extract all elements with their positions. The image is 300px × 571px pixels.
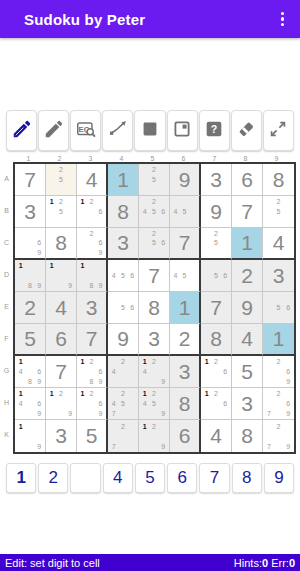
row-label-A: A	[4, 175, 9, 182]
candidate-marks: 45	[171, 197, 198, 226]
cell-value: 7	[139, 260, 169, 291]
candidate-mark: 5	[56, 207, 65, 217]
tool-line-button[interactable]	[102, 110, 133, 151]
cell-F5[interactable]: 3	[139, 324, 170, 356]
cell-B3[interactable]: 126	[77, 196, 108, 228]
candidate-mark: 9	[35, 441, 44, 451]
tool-pencil-button[interactable]	[38, 110, 69, 151]
candidate-mark: 2	[149, 165, 158, 175]
candidate-marks: 56	[202, 261, 230, 290]
cell-A4[interactable]: 1	[108, 164, 139, 196]
cell-H7[interactable]: 126	[201, 388, 232, 420]
candidate-marks: 19	[47, 261, 75, 290]
cell-value: 3	[15, 196, 45, 227]
question-mark-icon: ?	[203, 118, 225, 144]
candidate-mark: 2	[211, 229, 220, 238]
candidate-marks: 25	[47, 165, 75, 194]
candidate-mark: 6	[159, 238, 168, 247]
candidate-mark: 6	[96, 207, 105, 217]
digit-button-7[interactable]: 7	[199, 463, 229, 493]
cell-value: 3	[108, 228, 138, 258]
candidate-mark: 9	[159, 376, 168, 386]
cell-G9[interactable]: 269	[263, 356, 294, 388]
cell-G2[interactable]: 7	[46, 356, 77, 388]
candidate-mark: 2	[149, 421, 158, 431]
digit-button-5[interactable]: 5	[135, 463, 165, 493]
status-bar: Edit: set digit to cell Hints:0 Err:0	[0, 554, 300, 571]
candidate-marks: 12689	[78, 357, 105, 386]
tool-eraser-button[interactable]	[231, 110, 262, 151]
candidate-marks: 126	[202, 357, 230, 386]
cell-value: 8	[108, 196, 138, 227]
col-label-9: 9	[261, 155, 292, 162]
cell-E6[interactable]: 1	[170, 292, 201, 324]
candidate-mark: 6	[283, 303, 293, 313]
candidate-mark: 2	[56, 389, 65, 399]
candidate-marks: 189	[16, 261, 44, 290]
cell-H5[interactable]: 12459	[139, 388, 170, 420]
cell-H6[interactable]: 8	[170, 388, 201, 420]
candidate-mark: 9	[159, 441, 168, 451]
pencil-icon	[43, 118, 65, 144]
cell-value: 1	[170, 292, 199, 323]
filled-square-icon	[139, 118, 161, 144]
cell-E7[interactable]: 7	[201, 292, 232, 324]
candidate-marks: 269	[78, 229, 105, 257]
candidate-mark: 5	[118, 399, 127, 409]
candidate-mark: 6	[96, 367, 105, 377]
cell-F9[interactable]: 1	[263, 324, 294, 356]
cell-H1[interactable]: 1469	[15, 388, 46, 420]
digit-button-6[interactable]: 6	[167, 463, 197, 493]
col-label-2: 2	[44, 155, 75, 162]
cell-G5[interactable]: 1249	[139, 356, 170, 388]
cell-G8[interactable]: 5	[232, 356, 263, 388]
cell-B2[interactable]: 125	[46, 196, 77, 228]
cell-value: 5	[77, 420, 106, 452]
cell-C1[interactable]: 69	[15, 228, 46, 260]
cell-value: 6	[232, 164, 262, 195]
candidate-mark: 9	[283, 408, 293, 418]
cell-F6[interactable]: 2	[170, 324, 201, 356]
cell-value: 9	[201, 196, 231, 227]
cell-D5[interactable]: 7	[139, 260, 170, 292]
cell-A8[interactable]: 6	[232, 164, 263, 196]
cell-D8[interactable]: 2	[232, 260, 263, 292]
cell-H8[interactable]: 3	[232, 388, 263, 420]
candidate-mark: 9	[35, 408, 44, 418]
candidate-mark: 7	[109, 441, 118, 451]
cell-F2[interactable]: 6	[46, 324, 77, 356]
cell-value: 3	[201, 164, 231, 195]
cell-K6[interactable]: 6	[170, 420, 201, 452]
cell-K1[interactable]: 19	[15, 420, 46, 452]
candidate-mark: 1	[78, 389, 87, 399]
col-label-7: 7	[199, 155, 230, 162]
candidate-mark: 2	[149, 389, 158, 399]
cell-A5[interactable]: 25	[139, 164, 170, 196]
cell-D6[interactable]: 45	[170, 260, 201, 292]
candidate-marks: 269	[264, 357, 293, 386]
cell-C8[interactable]: 1	[232, 228, 263, 260]
hints-label: Hints:	[234, 557, 262, 569]
candidate-marks: 25	[264, 197, 293, 226]
cell-G6[interactable]: 3	[170, 356, 201, 388]
candidate-marks: 25	[140, 165, 168, 194]
cell-value: 4	[232, 324, 262, 354]
cell-C3[interactable]: 269	[77, 228, 108, 260]
candidate-mark: 6	[221, 367, 230, 377]
candidate-mark: 5	[149, 238, 158, 247]
candidate-mark: 9	[283, 441, 293, 451]
cell-K9[interactable]: 279	[263, 420, 294, 452]
candidate-mark: 5	[118, 303, 127, 313]
cell-B8[interactable]: 7	[232, 196, 263, 228]
candidate-mark: 9	[35, 248, 44, 257]
tool-eq-search-button[interactable]: EQ	[70, 110, 101, 151]
cell-D7[interactable]: 56	[201, 260, 232, 292]
candidate-marks: 2456	[140, 197, 168, 226]
candidate-mark: 1	[78, 261, 87, 271]
cell-value: 1	[232, 228, 262, 258]
cell-value: 9	[108, 324, 138, 354]
col-label-1: 1	[13, 155, 44, 162]
cell-value: 4	[201, 420, 231, 452]
candidate-mark: 4	[140, 367, 149, 377]
candidate-marks: 129	[47, 389, 75, 418]
cell-value: 4	[263, 228, 294, 258]
digit-button-3[interactable]	[70, 463, 100, 493]
cell-A2[interactable]: 25	[46, 164, 77, 196]
candidate-mark: 6	[96, 399, 105, 409]
candidate-marks: 125	[47, 197, 75, 226]
cell-value: 8	[139, 292, 169, 323]
row-label-G: G	[4, 367, 9, 374]
col-label-4: 4	[106, 155, 137, 162]
app-title: Sudoku by Peter	[0, 11, 145, 28]
row-label-B: B	[4, 207, 9, 214]
eq-search-icon: EQ	[75, 118, 97, 144]
cell-value: 8	[263, 164, 294, 195]
cell-value: 8	[232, 420, 262, 452]
app-screen: Sudoku by Peter EQ? 123456789 ABCDEFGHK …	[0, 0, 300, 571]
digit-button-8[interactable]: 8	[232, 463, 262, 493]
cell-E5[interactable]: 8	[139, 292, 170, 324]
cell-C5[interactable]: 256	[139, 228, 170, 260]
cell-value: 7	[232, 196, 262, 227]
cell-B7[interactable]: 9	[201, 196, 232, 228]
cell-H2[interactable]: 129	[46, 388, 77, 420]
candidate-mark: 9	[96, 248, 105, 257]
candidate-mark: 4	[171, 207, 180, 217]
candidate-marks: 2457	[109, 389, 137, 418]
cell-E3[interactable]: 3	[77, 292, 108, 324]
candidate-mark: 5	[180, 207, 189, 217]
candidate-mark: 7	[109, 408, 118, 418]
candidate-mark: 1	[202, 389, 211, 399]
cell-K8[interactable]: 8	[232, 420, 263, 452]
cell-H3[interactable]: 1269	[77, 388, 108, 420]
cell-E4[interactable]: 56	[108, 292, 139, 324]
candidate-mark: 6	[128, 271, 137, 281]
candidate-marks: 456	[109, 261, 137, 290]
cell-F4[interactable]: 9	[108, 324, 139, 356]
candidate-marks: 19	[16, 421, 44, 451]
cell-F1[interactable]: 5	[15, 324, 46, 356]
candidate-mark: 9	[66, 408, 75, 418]
candidate-marks: 27	[109, 421, 137, 451]
column-labels: 123456789	[13, 153, 296, 162]
cell-K5[interactable]: 129	[139, 420, 170, 452]
cell-value: 8	[201, 324, 231, 354]
candidate-mark: 9	[66, 280, 75, 290]
digit-button-1[interactable]: 1	[6, 463, 36, 493]
digit-button-4[interactable]: 4	[103, 463, 133, 493]
candidate-mark: 7	[264, 408, 274, 418]
cell-value: 5	[15, 324, 45, 354]
status-counters: Hints:0 Err:0	[234, 557, 295, 569]
expand-arrows-icon	[267, 118, 289, 144]
candidate-mark: 2	[87, 229, 96, 238]
candidate-marks: 45	[171, 261, 198, 290]
cell-value: 3	[46, 420, 76, 452]
candidate-marks: 1469	[16, 389, 44, 418]
candidate-marks: 2679	[264, 389, 293, 418]
candidate-mark: 9	[283, 376, 293, 386]
cell-A3[interactable]: 4	[77, 164, 108, 196]
digit-panel: 12456789	[6, 463, 294, 493]
cell-E8[interactable]: 9	[232, 292, 263, 324]
row-label-H: H	[4, 399, 9, 406]
candidate-mark: 8	[25, 280, 34, 290]
tool-fill-button[interactable]	[134, 110, 165, 151]
candidate-marks: 126	[78, 197, 105, 226]
candidate-mark: 1	[16, 357, 25, 367]
tool-fullscreen-button[interactable]	[263, 110, 294, 151]
cell-value: 6	[46, 324, 76, 354]
candidate-mark: 1	[47, 197, 56, 207]
candidate-marks: 1249	[140, 357, 168, 386]
candidate-mark: 4	[109, 367, 118, 377]
candidate-marks: 129	[140, 421, 168, 451]
cell-G7[interactable]: 126	[201, 356, 232, 388]
cell-C2[interactable]: 8	[46, 228, 77, 260]
candidate-mark: 1	[47, 261, 56, 271]
cell-F8[interactable]: 4	[232, 324, 263, 356]
candidate-mark: 2	[274, 421, 284, 431]
candidate-mark: 7	[264, 441, 274, 451]
candidate-mark: 6	[96, 238, 105, 247]
digit-button-9[interactable]: 9	[264, 463, 294, 493]
cell-K7[interactable]: 4	[201, 420, 232, 452]
cell-E9[interactable]: 56	[263, 292, 294, 324]
err-value: 0	[289, 557, 295, 569]
candidate-mark: 2	[149, 229, 158, 238]
candidate-mark: 4	[109, 399, 118, 409]
candidate-mark: 2	[274, 197, 284, 207]
cell-A9[interactable]: 8	[263, 164, 294, 196]
candidate-mark: 5	[149, 175, 158, 185]
cell-D1[interactable]: 189	[15, 260, 46, 292]
candidate-mark: 2	[87, 389, 96, 399]
candidate-mark: 5	[149, 207, 158, 217]
cell-value: 7	[170, 228, 199, 258]
cell-value: 2	[170, 324, 199, 354]
cell-K4[interactable]: 27	[108, 420, 139, 452]
cell-value: 5	[232, 356, 262, 387]
candidate-mark: 2	[118, 389, 127, 399]
candidate-marks: 24	[109, 357, 137, 386]
err-label: Err:	[271, 557, 289, 569]
cell-H4[interactable]: 2457	[108, 388, 139, 420]
cell-B5[interactable]: 2456	[139, 196, 170, 228]
candidate-mark: 1	[78, 357, 87, 367]
tool-corner-mark-button[interactable]	[167, 110, 198, 151]
eraser-icon	[235, 118, 257, 144]
candidate-marks: 256	[140, 229, 168, 257]
cell-E1[interactable]: 2	[15, 292, 46, 324]
candidate-marks: 12459	[140, 389, 168, 418]
tool-pen-button[interactable]	[6, 110, 37, 151]
cell-G4[interactable]: 24	[108, 356, 139, 388]
tool-hint-button[interactable]: ?	[199, 110, 230, 151]
svg-text:?: ?	[211, 123, 217, 135]
candidate-mark: 2	[118, 357, 127, 367]
col-label-8: 8	[230, 155, 261, 162]
candidate-mark: 2	[56, 165, 65, 175]
candidate-marks: 126	[202, 389, 230, 418]
candidate-mark: 2	[56, 197, 65, 207]
cell-B9[interactable]: 25	[263, 196, 294, 228]
candidate-marks: 189	[78, 261, 105, 290]
cell-A1[interactable]: 7	[15, 164, 46, 196]
row-label-D: D	[4, 271, 9, 278]
candidate-mark: 9	[35, 280, 44, 290]
cell-value: 3	[232, 388, 262, 419]
candidate-mark: 1	[16, 421, 25, 431]
row-labels: ABCDEFGHK	[0, 162, 13, 454]
cell-C6[interactable]: 7	[170, 228, 201, 260]
col-label-3: 3	[75, 155, 106, 162]
cell-value: 1	[108, 164, 138, 195]
candidate-mark: 5	[149, 399, 158, 409]
candidate-mark: 1	[140, 357, 149, 367]
cell-value: 7	[201, 292, 231, 323]
cell-G3[interactable]: 12689	[77, 356, 108, 388]
candidate-mark: 5	[274, 207, 284, 217]
cell-B4[interactable]: 8	[108, 196, 139, 228]
cell-value: 8	[46, 228, 76, 258]
candidate-mark: 4	[16, 399, 25, 409]
cell-value: 1	[263, 324, 294, 354]
candidate-mark: 4	[109, 271, 118, 281]
candidate-mark: 2	[87, 357, 96, 367]
candidate-mark: 4	[171, 271, 180, 281]
candidate-mark: 6	[221, 399, 230, 409]
candidate-marks: 56	[109, 293, 137, 322]
cell-H9[interactable]: 2679	[263, 388, 294, 420]
cell-C4[interactable]: 3	[108, 228, 139, 260]
digit-button-2[interactable]: 2	[38, 463, 68, 493]
candidate-mark: 6	[35, 399, 44, 409]
cell-value: 7	[77, 324, 106, 354]
candidate-mark: 1	[16, 389, 25, 399]
cell-D4[interactable]: 456	[108, 260, 139, 292]
candidate-mark: 8	[87, 280, 96, 290]
candidate-marks: 25	[202, 229, 230, 257]
candidate-mark: 5	[211, 238, 220, 247]
cell-value: 7	[15, 164, 45, 195]
col-label-5: 5	[137, 155, 168, 162]
candidate-mark: 9	[96, 376, 105, 386]
cell-value: 2	[232, 260, 262, 291]
cell-value: 3	[170, 356, 199, 387]
row-label-F: F	[4, 335, 8, 342]
col-label-6: 6	[168, 155, 199, 162]
polyline-arrow-icon	[107, 118, 129, 144]
candidate-mark: 2	[149, 357, 158, 367]
candidate-mark: 6	[35, 367, 44, 377]
candidate-mark: 2	[211, 389, 220, 399]
cell-D3[interactable]: 189	[77, 260, 108, 292]
candidate-mark: 6	[221, 271, 230, 281]
candidate-mark: 2	[274, 389, 284, 399]
cell-A7[interactable]: 3	[201, 164, 232, 196]
candidate-mark: 4	[140, 207, 149, 217]
pen-icon	[11, 118, 33, 144]
cell-F7[interactable]: 8	[201, 324, 232, 356]
cell-K3[interactable]: 5	[77, 420, 108, 452]
candidate-mark: 5	[56, 175, 65, 185]
tool-toolbar: EQ?	[6, 110, 294, 151]
row-label-K: K	[4, 431, 9, 438]
cell-K2[interactable]: 3	[46, 420, 77, 452]
kebab-menu-icon[interactable]	[276, 7, 289, 32]
candidate-mark: 1	[140, 389, 149, 399]
cell-D2[interactable]: 19	[46, 260, 77, 292]
candidate-mark: 6	[128, 303, 137, 313]
candidate-mark: 6	[35, 238, 44, 247]
row-label-C: C	[4, 239, 9, 246]
candidate-marks: 56	[264, 293, 293, 322]
cell-F3[interactable]: 7	[77, 324, 108, 356]
candidate-mark: 8	[25, 376, 34, 386]
candidate-mark: 4	[16, 367, 25, 377]
cell-value: 3	[263, 260, 294, 291]
cell-C7[interactable]: 25	[201, 228, 232, 260]
cell-E2[interactable]: 4	[46, 292, 77, 324]
cell-D9[interactable]: 3	[263, 260, 294, 292]
sudoku-grid: 7254125936831251268245645972569826932567…	[13, 162, 296, 454]
cell-value: 7	[46, 356, 76, 387]
candidate-mark: 5	[274, 303, 284, 313]
candidate-mark: 2	[118, 421, 127, 431]
cell-G1[interactable]: 14689	[15, 356, 46, 388]
candidate-mark: 2	[274, 357, 284, 367]
cell-A6[interactable]: 9	[170, 164, 201, 196]
candidate-mark: 1	[47, 389, 56, 399]
cell-value: 4	[77, 164, 106, 195]
corner-square-icon	[171, 118, 193, 144]
candidate-mark: 9	[35, 376, 44, 386]
candidate-mark: 4	[140, 399, 149, 409]
candidate-mark: 1	[140, 421, 149, 431]
candidate-mark: 9	[159, 408, 168, 418]
cell-B1[interactable]: 3	[15, 196, 46, 228]
cell-B6[interactable]: 45	[170, 196, 201, 228]
candidate-mark: 5	[180, 271, 189, 281]
cell-C9[interactable]: 4	[263, 228, 294, 260]
